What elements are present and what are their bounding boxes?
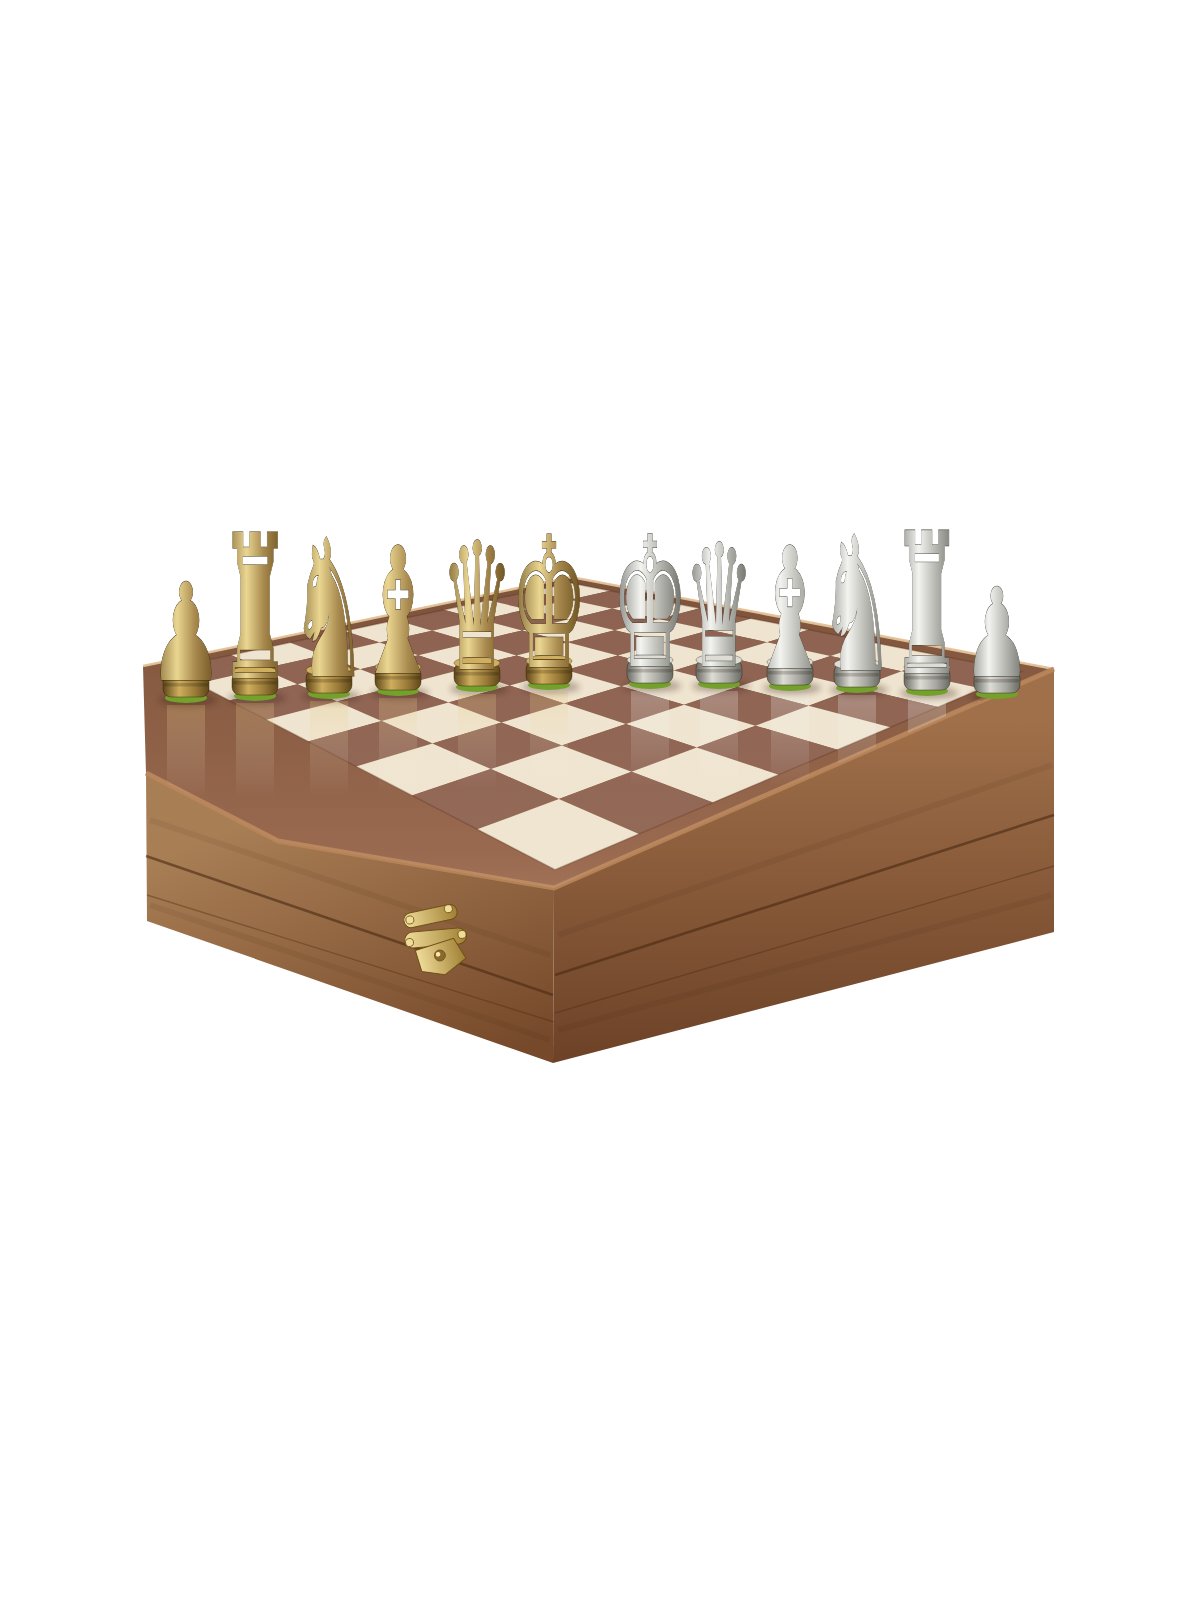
piece-gold-bishop: ♝ [355, 509, 442, 713]
piece-silver-queen: ♛ [684, 508, 754, 706]
piece-gold-king: ♚ [510, 497, 589, 710]
gold-bishop-glyph: ♝ [355, 509, 442, 713]
piece-gold-queen: ♛ [441, 505, 514, 711]
piece-silver-pawn: ♟ [963, 562, 1031, 705]
piece-silver-rook: ♜ [892, 490, 962, 718]
silver-king-glyph: ♚ [611, 498, 689, 708]
piece-gold-pawn: ♟ [148, 555, 223, 712]
product-photo-canvas: ♟♜♞♝♛♚♚♛♝♞♜♟ [0, 0, 1200, 1600]
piece-gold-rook: ♜ [219, 493, 291, 725]
gold-rook-glyph: ♜ [219, 493, 291, 725]
silver-rook-glyph: ♜ [892, 490, 962, 718]
chess-box-scene: ♟♜♞♝♛♚♚♛♝♞♜♟ [0, 0, 1200, 1600]
gold-king-glyph: ♚ [510, 497, 589, 710]
gold-queen-glyph: ♛ [441, 505, 514, 711]
piece-silver-king: ♚ [611, 498, 689, 708]
gold-pawn-glyph: ♟ [148, 555, 223, 712]
piece-silver-knight: ♞ [819, 497, 896, 714]
silver-queen-glyph: ♛ [684, 508, 754, 706]
silver-knight-glyph: ♞ [819, 497, 896, 714]
silver-pawn-glyph: ♟ [963, 562, 1031, 705]
